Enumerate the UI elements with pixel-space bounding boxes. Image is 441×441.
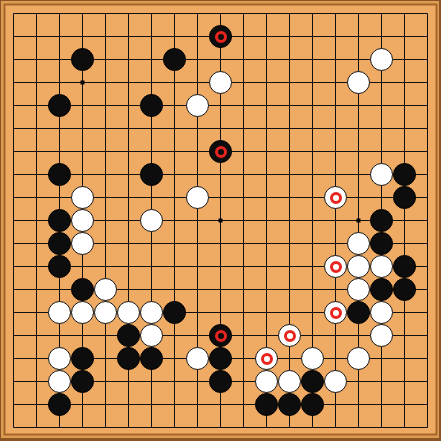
stone-black: [370, 278, 393, 301]
stone-white: [370, 255, 393, 278]
red-circle-marker-icon: [330, 307, 342, 319]
red-circle-marker-icon: [215, 31, 227, 43]
stone-white: [347, 278, 370, 301]
stone-black: [140, 94, 163, 117]
stone-white: [347, 232, 370, 255]
stone-black: [163, 48, 186, 71]
stone-black: [48, 209, 71, 232]
stone-black: [209, 370, 232, 393]
stone-black: [370, 232, 393, 255]
stone-black: [278, 393, 301, 416]
stone-white: [186, 186, 209, 209]
stone-white: [71, 301, 94, 324]
stone-white: [71, 209, 94, 232]
red-circle-marker-icon: [330, 261, 342, 273]
stone-black: [301, 393, 324, 416]
stone-white: [278, 370, 301, 393]
red-circle-marker-icon: [261, 353, 273, 365]
red-circle-marker-icon: [330, 192, 342, 204]
stone-white: [48, 301, 71, 324]
stone-black: [347, 301, 370, 324]
stone-black: [140, 347, 163, 370]
stone-black: [301, 370, 324, 393]
stone-white-marked: [324, 301, 347, 324]
red-circle-marker-icon: [284, 330, 296, 342]
stone-black: [71, 347, 94, 370]
stone-black: [48, 393, 71, 416]
stone-black: [48, 94, 71, 117]
stone-black: [393, 278, 416, 301]
stone-black-marked: [209, 25, 232, 48]
stone-black: [393, 186, 416, 209]
red-circle-marker-icon: [215, 330, 227, 342]
stone-black: [48, 255, 71, 278]
stone-white: [370, 48, 393, 71]
stone-white: [186, 94, 209, 117]
stone-white: [347, 71, 370, 94]
stone-white: [71, 186, 94, 209]
stone-black: [48, 163, 71, 186]
stone-black: [71, 48, 94, 71]
stone-black: [48, 232, 71, 255]
stones-layer: [0, 0, 441, 441]
stone-white: [347, 255, 370, 278]
stone-white: [186, 347, 209, 370]
stone-black-marked: [209, 324, 232, 347]
red-circle-marker-icon: [215, 146, 227, 158]
stone-white-marked: [278, 324, 301, 347]
stone-black: [140, 163, 163, 186]
stone-black: [71, 370, 94, 393]
stone-black: [370, 209, 393, 232]
stone-white: [48, 347, 71, 370]
stone-white-marked: [255, 347, 278, 370]
stone-black-marked: [209, 140, 232, 163]
stone-white: [370, 301, 393, 324]
stone-white: [347, 347, 370, 370]
stone-black: [255, 393, 278, 416]
stone-white: [94, 278, 117, 301]
stone-white: [255, 370, 278, 393]
stone-black: [393, 163, 416, 186]
stone-white: [140, 324, 163, 347]
stone-white: [140, 209, 163, 232]
stone-black: [117, 324, 140, 347]
stone-black: [209, 347, 232, 370]
stone-black: [163, 301, 186, 324]
stone-white: [324, 370, 347, 393]
stone-white: [117, 301, 140, 324]
stone-white: [301, 347, 324, 370]
stone-white: [370, 324, 393, 347]
stone-black: [393, 255, 416, 278]
stone-white: [209, 71, 232, 94]
stone-white-marked: [324, 255, 347, 278]
stone-white: [48, 370, 71, 393]
stone-white: [71, 232, 94, 255]
go-board: [0, 0, 441, 441]
stone-white: [140, 301, 163, 324]
stone-black: [117, 347, 140, 370]
stone-white: [370, 163, 393, 186]
stone-white-marked: [324, 186, 347, 209]
stone-white: [94, 301, 117, 324]
stone-black: [71, 278, 94, 301]
